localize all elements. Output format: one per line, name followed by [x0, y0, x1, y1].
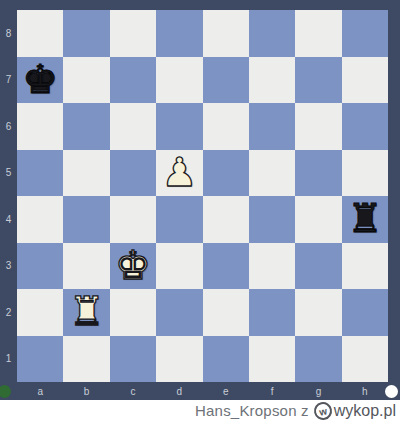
square-b7[interactable]: [63, 57, 109, 104]
square-f2[interactable]: [249, 289, 295, 336]
square-c2[interactable]: [110, 289, 156, 336]
square-d6[interactable]: [156, 103, 202, 150]
white-rook-b2[interactable]: ♜: [69, 291, 105, 331]
rank-label-3: 3: [0, 243, 17, 290]
square-e6[interactable]: [203, 103, 249, 150]
square-d1[interactable]: [156, 336, 202, 383]
square-a2[interactable]: [17, 289, 63, 336]
square-h4[interactable]: ♜: [342, 196, 388, 243]
square-g3[interactable]: [295, 243, 341, 290]
file-label-g: g: [295, 382, 341, 400]
watermark-footer: Hans_Kropson z w wykop.pl: [0, 400, 400, 421]
square-d8[interactable]: [156, 10, 202, 57]
square-g1[interactable]: [295, 336, 341, 383]
file-label-b: b: [63, 382, 109, 400]
square-f5[interactable]: [249, 150, 295, 197]
file-labels: abcdefgh: [17, 382, 388, 400]
square-c4[interactable]: [110, 196, 156, 243]
rank-labels: 87654321: [0, 10, 17, 382]
square-b1[interactable]: [63, 336, 109, 383]
square-a4[interactable]: [17, 196, 63, 243]
file-label-f: f: [249, 382, 295, 400]
square-c8[interactable]: [110, 10, 156, 57]
rank-label-4: 4: [0, 196, 17, 243]
square-h1[interactable]: [342, 336, 388, 383]
file-label-e: e: [203, 382, 249, 400]
square-h5[interactable]: [342, 150, 388, 197]
file-label-a: a: [17, 382, 63, 400]
white-pawn-d5[interactable]: ♟: [161, 152, 197, 192]
square-d5[interactable]: ♟: [156, 150, 202, 197]
square-h6[interactable]: [342, 103, 388, 150]
square-h7[interactable]: [342, 57, 388, 104]
square-a3[interactable]: [17, 243, 63, 290]
rank-label-2: 2: [0, 289, 17, 336]
square-a7[interactable]: ♚: [17, 57, 63, 104]
square-h8[interactable]: [342, 10, 388, 57]
square-e4[interactable]: [203, 196, 249, 243]
square-f1[interactable]: [249, 336, 295, 383]
white-king-c3[interactable]: ♚: [115, 245, 151, 285]
white-to-move-indicator: [385, 385, 398, 398]
wykop-brand: w wykop.pl: [314, 402, 396, 420]
square-b4[interactable]: [63, 196, 109, 243]
square-a8[interactable]: [17, 10, 63, 57]
square-g5[interactable]: [295, 150, 341, 197]
board-squares: ♚♟♜♚♜: [17, 10, 388, 382]
rank-label-5: 5: [0, 150, 17, 197]
rank-label-7: 7: [0, 57, 17, 104]
file-label-d: d: [156, 382, 202, 400]
square-d2[interactable]: [156, 289, 202, 336]
square-a6[interactable]: [17, 103, 63, 150]
file-label-h: h: [342, 382, 388, 400]
square-b5[interactable]: [63, 150, 109, 197]
square-g7[interactable]: [295, 57, 341, 104]
black-rook-h4[interactable]: ♜: [347, 198, 383, 238]
page: 87654321 abcdefgh ♚♟♜♚♜ Hans_Kropson z w…: [0, 0, 400, 421]
file-label-c: c: [110, 382, 156, 400]
square-g8[interactable]: [295, 10, 341, 57]
wykop-brand-name: wykop.pl: [334, 402, 396, 420]
square-c6[interactable]: [110, 103, 156, 150]
square-e1[interactable]: [203, 336, 249, 383]
rank-label-8: 8: [0, 10, 17, 57]
rank-label-6: 6: [0, 103, 17, 150]
square-e8[interactable]: [203, 10, 249, 57]
square-e5[interactable]: [203, 150, 249, 197]
square-c3[interactable]: ♚: [110, 243, 156, 290]
square-b3[interactable]: [63, 243, 109, 290]
square-f7[interactable]: [249, 57, 295, 104]
square-e2[interactable]: [203, 289, 249, 336]
square-d7[interactable]: [156, 57, 202, 104]
square-c1[interactable]: [110, 336, 156, 383]
square-c5[interactable]: [110, 150, 156, 197]
corner-status-dot: [0, 385, 11, 398]
square-f3[interactable]: [249, 243, 295, 290]
wykop-logo-icon: w: [312, 400, 333, 421]
square-h3[interactable]: [342, 243, 388, 290]
square-d4[interactable]: [156, 196, 202, 243]
rank-label-1: 1: [0, 336, 17, 383]
square-b2[interactable]: ♜: [63, 289, 109, 336]
author-caption: Hans_Kropson z: [195, 402, 309, 419]
square-a5[interactable]: [17, 150, 63, 197]
square-f6[interactable]: [249, 103, 295, 150]
square-g6[interactable]: [295, 103, 341, 150]
square-f4[interactable]: [249, 196, 295, 243]
square-b8[interactable]: [63, 10, 109, 57]
square-f8[interactable]: [249, 10, 295, 57]
square-h2[interactable]: [342, 289, 388, 336]
square-a1[interactable]: [17, 336, 63, 383]
chess-board: 87654321 abcdefgh ♚♟♜♚♜: [0, 0, 400, 400]
square-c7[interactable]: [110, 57, 156, 104]
square-b6[interactable]: [63, 103, 109, 150]
square-e7[interactable]: [203, 57, 249, 104]
black-king-a7[interactable]: ♚: [22, 59, 58, 99]
square-g2[interactable]: [295, 289, 341, 336]
square-d3[interactable]: [156, 243, 202, 290]
square-e3[interactable]: [203, 243, 249, 290]
square-g4[interactable]: [295, 196, 341, 243]
